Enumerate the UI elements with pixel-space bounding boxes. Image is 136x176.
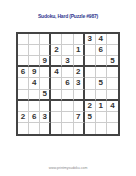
cell-r3c5: 3 [62, 56, 73, 67]
cell-r9c6[interactable] [74, 123, 85, 134]
cell-r3c2[interactable] [29, 56, 40, 67]
cell-r4c9[interactable] [107, 67, 118, 78]
cell-r3c1[interactable] [18, 56, 29, 67]
cell-r6c8[interactable] [96, 90, 107, 101]
cell-r2c3[interactable] [40, 45, 51, 56]
cell-r9c4[interactable] [51, 123, 62, 134]
cell-r2c2[interactable] [29, 45, 40, 56]
cell-r8c7: 5 [85, 112, 96, 123]
cell-r4c6: 2 [74, 67, 85, 78]
sudoku-board: 3421693569424635521426375 [16, 32, 120, 136]
cell-r8c9[interactable] [107, 112, 118, 123]
cell-r1c9[interactable] [107, 34, 118, 45]
footer-url: www.printmysudoku.com [0, 166, 136, 170]
cell-r1c3[interactable] [40, 34, 51, 45]
cell-r2c4: 2 [51, 45, 62, 56]
cell-r6c4[interactable] [51, 90, 62, 101]
cell-r7c4[interactable] [51, 101, 62, 112]
cell-r8c6: 7 [74, 112, 85, 123]
cell-r3c7[interactable] [85, 56, 96, 67]
cell-r9c1[interactable] [18, 123, 29, 134]
cell-r7c5[interactable] [62, 101, 73, 112]
cell-r4c7[interactable] [85, 67, 96, 78]
cell-r1c5[interactable] [62, 34, 73, 45]
cell-r4c1: 6 [18, 67, 29, 78]
cell-r4c2: 9 [29, 67, 40, 78]
cell-r6c6[interactable] [74, 90, 85, 101]
cell-r7c1[interactable] [18, 101, 29, 112]
cell-r7c7: 2 [85, 101, 96, 112]
cell-r4c8[interactable] [96, 67, 107, 78]
cell-r6c3: 5 [40, 90, 51, 101]
cell-r8c2: 6 [29, 112, 40, 123]
cell-r1c8: 4 [96, 34, 107, 45]
cell-r5c2: 4 [29, 78, 40, 89]
cell-r3c8[interactable] [96, 56, 107, 67]
cell-r9c2[interactable] [29, 123, 40, 134]
cell-r8c1: 2 [18, 112, 29, 123]
cell-r9c9[interactable] [107, 123, 118, 134]
cell-r3c4[interactable] [51, 56, 62, 67]
cell-r2c6: 1 [74, 45, 85, 56]
cell-r6c9[interactable] [107, 90, 118, 101]
cell-r9c5[interactable] [62, 123, 73, 134]
cell-r4c3[interactable] [40, 67, 51, 78]
cell-r6c2[interactable] [29, 90, 40, 101]
cell-r2c7[interactable] [85, 45, 96, 56]
cell-r2c1[interactable] [18, 45, 29, 56]
cell-r5c7[interactable] [85, 78, 96, 89]
cell-r1c6[interactable] [74, 34, 85, 45]
cell-r8c4[interactable] [51, 112, 62, 123]
cell-r6c7[interactable] [85, 90, 96, 101]
cell-r5c4[interactable] [51, 78, 62, 89]
cell-r5c1[interactable] [18, 78, 29, 89]
cell-r1c4[interactable] [51, 34, 62, 45]
cell-r5c5: 6 [62, 78, 73, 89]
cell-r6c1[interactable] [18, 90, 29, 101]
cell-r8c3: 3 [40, 112, 51, 123]
cell-r7c8: 1 [96, 101, 107, 112]
cell-r4c4: 4 [51, 67, 62, 78]
cell-r1c1[interactable] [18, 34, 29, 45]
cell-r2c9[interactable] [107, 45, 118, 56]
cell-r3c3: 9 [40, 56, 51, 67]
cell-r7c3[interactable] [40, 101, 51, 112]
cell-r1c2[interactable] [29, 34, 40, 45]
cell-r3c6[interactable] [74, 56, 85, 67]
cell-r5c6: 3 [74, 78, 85, 89]
cell-r1c7: 3 [85, 34, 96, 45]
cell-r7c9: 4 [107, 101, 118, 112]
page-title: Sudoku, Hard (Puzzle #987) [0, 13, 136, 19]
cell-r5c3[interactable] [40, 78, 51, 89]
cell-r5c8: 5 [96, 78, 107, 89]
cell-r4c5[interactable] [62, 67, 73, 78]
cell-r6c5[interactable] [62, 90, 73, 101]
cell-r8c5[interactable] [62, 112, 73, 123]
cell-r3c9: 5 [107, 56, 118, 67]
cell-r9c7[interactable] [85, 123, 96, 134]
cell-r7c2[interactable] [29, 101, 40, 112]
cell-r2c8: 6 [96, 45, 107, 56]
sudoku-page: Sudoku, Hard (Puzzle #987) 3421693569424… [0, 0, 136, 176]
cell-r9c8[interactable] [96, 123, 107, 134]
cell-r2c5[interactable] [62, 45, 73, 56]
cell-r7c6[interactable] [74, 101, 85, 112]
cell-r8c8[interactable] [96, 112, 107, 123]
cell-r5c9[interactable] [107, 78, 118, 89]
cell-r9c3[interactable] [40, 123, 51, 134]
